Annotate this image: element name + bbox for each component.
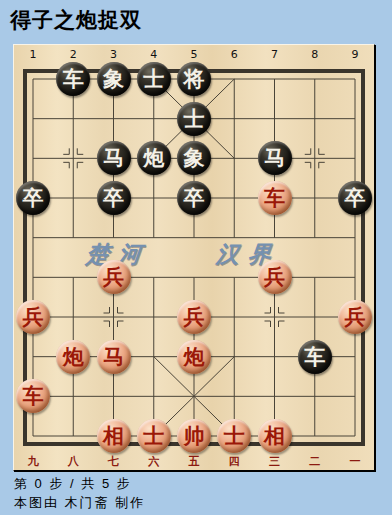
file-label-bottom-3: 七 [108, 454, 119, 469]
file-label-top-5: 5 [191, 48, 198, 61]
file-label-top-1: 1 [30, 48, 37, 61]
file-label-top-9: 9 [352, 48, 359, 61]
piece-black-pawn[interactable]: 卒 [177, 181, 211, 215]
file-label-top-2: 2 [70, 48, 77, 61]
piece-red-pawn[interactable]: 兵 [16, 300, 50, 334]
piece-red-general[interactable]: 帅 [177, 419, 211, 453]
piece-red-horse[interactable]: 马 [97, 340, 131, 374]
piece-black-general[interactable]: 将 [177, 62, 211, 96]
piece-black-pawn[interactable]: 卒 [16, 181, 50, 215]
file-label-top-3: 3 [110, 48, 117, 61]
file-label-bottom-7: 三 [269, 454, 280, 469]
file-label-top-8: 8 [311, 48, 318, 61]
file-label-bottom-9: 一 [350, 454, 361, 469]
file-label-top-7: 7 [271, 48, 278, 61]
xiangqi-board: 123456789 楚河 汉界 车象士将士马炮象马卒卒卒车卒兵兵兵兵兵炮马炮车车… [13, 44, 375, 471]
piece-red-pawn[interactable]: 兵 [97, 260, 131, 294]
piece-black-horse[interactable]: 马 [258, 141, 292, 175]
piece-red-elephant[interactable]: 相 [97, 419, 131, 453]
piece-black-rook[interactable]: 车 [298, 340, 332, 374]
file-label-bottom-5: 五 [189, 454, 200, 469]
move-counter: 第 0 步 / 共 5 步 [14, 475, 132, 493]
piece-black-pawn[interactable]: 卒 [338, 181, 372, 215]
piece-red-pawn[interactable]: 兵 [177, 300, 211, 334]
page-title: 得子之炮捉双 [10, 6, 142, 34]
piece-red-advisor[interactable]: 士 [137, 419, 171, 453]
piece-black-rook[interactable]: 车 [56, 62, 90, 96]
piece-black-advisor[interactable]: 士 [137, 62, 171, 96]
piece-red-pawn[interactable]: 兵 [258, 260, 292, 294]
file-label-top-6: 6 [231, 48, 238, 61]
piece-black-cannon[interactable]: 炮 [137, 141, 171, 175]
credit-line: 本图由 木门斋 制作 [14, 494, 145, 512]
file-label-bottom-4: 六 [148, 454, 159, 469]
file-label-bottom-8: 二 [309, 454, 320, 469]
piece-red-rook[interactable]: 车 [258, 181, 292, 215]
piece-black-pawn[interactable]: 卒 [97, 181, 131, 215]
file-label-bottom-6: 四 [229, 454, 240, 469]
piece-black-horse[interactable]: 马 [97, 141, 131, 175]
file-label-bottom-1: 九 [28, 454, 39, 469]
piece-red-advisor[interactable]: 士 [217, 419, 251, 453]
piece-red-cannon[interactable]: 炮 [56, 340, 90, 374]
piece-black-elephant[interactable]: 象 [97, 62, 131, 96]
piece-red-elephant[interactable]: 相 [258, 419, 292, 453]
piece-red-pawn[interactable]: 兵 [338, 300, 372, 334]
piece-red-cannon[interactable]: 炮 [177, 340, 211, 374]
file-label-bottom-2: 八 [68, 454, 79, 469]
file-label-top-4: 4 [150, 48, 157, 61]
piece-black-advisor[interactable]: 士 [177, 102, 211, 136]
